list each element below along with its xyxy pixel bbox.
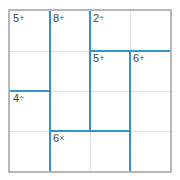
cell-r3c1[interactable]: 6× — [50, 131, 90, 171]
cage-border-vertical — [49, 90, 51, 132]
cell-r0c0[interactable]: 5+ — [10, 11, 50, 51]
cage-clue-operator: ÷ — [99, 13, 104, 23]
cage-clue: 8+ — [53, 12, 64, 24]
cell-r3c0[interactable] — [10, 131, 50, 171]
cage-clue-operator: ÷ — [19, 93, 24, 103]
cage-border-vertical — [89, 10, 91, 52]
cage-border-vertical — [129, 90, 131, 132]
cage-border-horizontal — [89, 50, 131, 52]
cell-r2c0[interactable]: 4÷ — [10, 91, 50, 131]
cell-r3c2[interactable] — [90, 131, 130, 171]
cage-clue-operator: × — [59, 133, 64, 143]
cage-border-horizontal — [129, 50, 171, 52]
cage-border-horizontal — [9, 90, 51, 92]
cage-border-vertical — [89, 50, 91, 92]
cage-clue-operator: + — [19, 13, 24, 23]
cell-r1c0[interactable] — [10, 51, 50, 91]
cage-border-horizontal — [89, 130, 131, 132]
cell-r3c3[interactable] — [130, 131, 170, 171]
cage-border-vertical — [129, 50, 131, 92]
cage-clue: 5+ — [13, 12, 24, 24]
cage-clue-operator: + — [59, 13, 64, 23]
cage-clue-operator: + — [99, 53, 104, 63]
cell-r0c1[interactable]: 8+ — [50, 11, 90, 51]
cell-r0c2[interactable]: 2÷ — [90, 11, 130, 51]
cage-clue: 4÷ — [13, 92, 24, 104]
cage-clue: 6+ — [133, 52, 144, 64]
cell-r2c2[interactable] — [90, 91, 130, 131]
cage-clue-operator: + — [139, 53, 144, 63]
cage-border-vertical — [49, 130, 51, 172]
cell-r2c3[interactable] — [130, 91, 170, 131]
cage-border-vertical — [49, 50, 51, 92]
cage-border-vertical — [89, 90, 91, 132]
cell-r2c1[interactable] — [50, 91, 90, 131]
kenken-board: 5+8+2÷5+6+4÷6× — [8, 9, 172, 173]
cell-r1c1[interactable] — [50, 51, 90, 91]
cell-r0c3[interactable] — [130, 11, 170, 51]
cage-border-vertical — [49, 10, 51, 52]
cage-clue: 2÷ — [93, 12, 104, 24]
cage-clue: 5+ — [93, 52, 104, 64]
cage-border-horizontal — [49, 130, 91, 132]
cell-r1c2[interactable]: 5+ — [90, 51, 130, 91]
cell-r1c3[interactable]: 6+ — [130, 51, 170, 91]
cage-border-vertical — [129, 130, 131, 172]
cage-clue: 6× — [53, 132, 64, 144]
